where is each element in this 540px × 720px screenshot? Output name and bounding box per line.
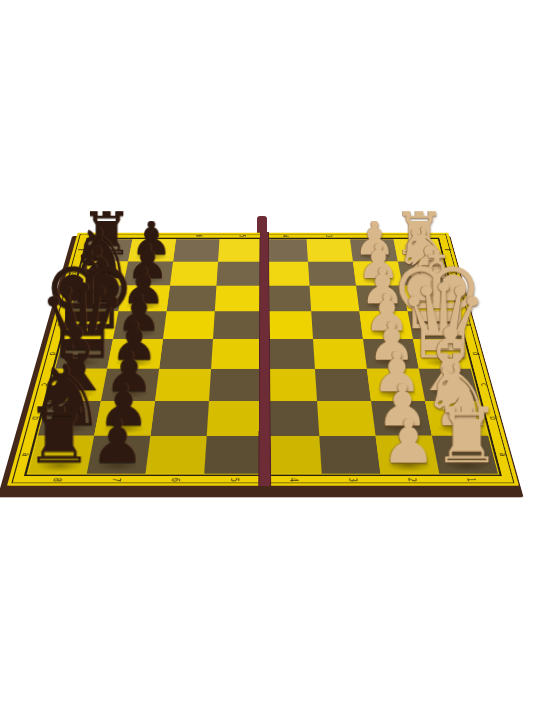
product-photo-scene: 87654321 87654321 hgfedcba hgfedcba ♜♟♟♜…	[0, 0, 540, 720]
black-rook: ♜	[25, 406, 94, 466]
fold-hinge	[258, 232, 271, 486]
square-d4[interactable]	[263, 339, 315, 369]
square-a1[interactable]: ♜	[432, 436, 498, 474]
white-rook: ♜	[432, 406, 501, 466]
square-b3[interactable]	[317, 401, 376, 436]
square-f5[interactable]	[215, 286, 263, 312]
chessboard: 87654321 87654321 hgfedcba hgfedcba ♜♟♟♜…	[7, 233, 519, 486]
coord-label: h	[57, 248, 102, 252]
coord-label: 3	[323, 225, 333, 247]
square-c6[interactable]	[155, 369, 211, 401]
square-c3[interactable]	[315, 369, 371, 401]
square-a7[interactable]: ♟	[87, 436, 151, 474]
square-b4[interactable]	[263, 401, 319, 436]
square-a6[interactable]	[145, 436, 206, 474]
square-g6[interactable]	[170, 262, 218, 286]
square-f3[interactable]	[310, 286, 360, 312]
square-g3[interactable]	[308, 262, 356, 286]
square-g4[interactable]	[263, 262, 310, 286]
square-a2[interactable]: ♟	[376, 436, 440, 474]
square-d3[interactable]	[313, 339, 367, 369]
coord-label: 5	[237, 225, 245, 247]
white-pawn: ♟	[381, 419, 435, 466]
square-e5[interactable]	[213, 311, 263, 339]
coord-label: 4	[280, 225, 288, 247]
square-a8[interactable]: ♜	[28, 436, 94, 474]
square-c4[interactable]	[263, 369, 317, 401]
square-d6[interactable]	[159, 339, 213, 369]
square-b6[interactable]	[150, 401, 209, 436]
square-a3[interactable]	[319, 436, 380, 474]
square-e6[interactable]	[163, 311, 215, 339]
square-a5[interactable]	[204, 436, 263, 474]
square-b5[interactable]	[207, 401, 263, 436]
board-face: 87654321 87654321 hgfedcba hgfedcba ♜♟♟♜…	[7, 233, 519, 486]
square-e3[interactable]	[311, 311, 363, 339]
square-c5[interactable]	[209, 369, 263, 401]
square-e4[interactable]	[263, 311, 313, 339]
square-f4[interactable]	[263, 286, 311, 312]
square-f6[interactable]	[167, 286, 217, 312]
square-g5[interactable]	[216, 262, 263, 286]
square-a4[interactable]	[263, 436, 322, 474]
black-pawn: ♟	[90, 419, 144, 466]
square-d5[interactable]	[211, 339, 263, 369]
coord-label: h	[424, 248, 469, 252]
